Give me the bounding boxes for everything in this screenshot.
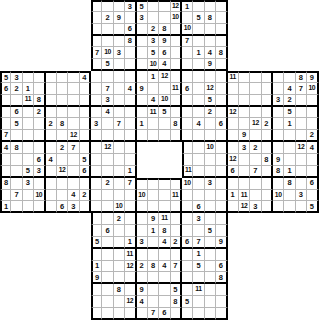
cell-r8-c26[interactable]: [296, 95, 307, 107]
cell-r12-c4[interactable]: [46, 142, 57, 154]
cell-r7-c10[interactable]: [114, 83, 125, 95]
cell-r6-c15[interactable]: [171, 71, 182, 83]
cell-r2-c17[interactable]: [193, 24, 204, 36]
cell-r23-c13[interactable]: [148, 272, 159, 284]
cell-r25-c19[interactable]: [216, 296, 227, 308]
cell-r3-c9[interactable]: [102, 36, 113, 48]
cell-r13-c1[interactable]: [11, 154, 22, 166]
cell-r8-c6[interactable]: [68, 95, 79, 107]
cell-r12-c3[interactable]: [34, 142, 45, 154]
cell-r14-c9[interactable]: [102, 166, 113, 178]
cell-r10-c11[interactable]: [125, 118, 136, 130]
cell-r8-c16[interactable]: [182, 95, 193, 107]
cell-r11-c19[interactable]: [216, 130, 227, 142]
cell-r12-c2[interactable]: [23, 142, 34, 154]
cell-r13-c27[interactable]: [307, 154, 318, 166]
cell-r8-c8[interactable]: [91, 95, 102, 107]
cell-r10-c9[interactable]: [102, 118, 113, 130]
cell-r3-c18[interactable]: [205, 36, 216, 48]
cell-r14-c26[interactable]: [296, 166, 307, 178]
cell-r15-c20[interactable]: [228, 178, 239, 190]
cell-r15-c4[interactable]: [46, 178, 57, 190]
cell-r16-c9[interactable]: [102, 190, 113, 202]
cell-r5-c19[interactable]: [216, 59, 227, 71]
cell-r17-c8[interactable]: [91, 201, 102, 213]
cell-r13-c25[interactable]: [284, 154, 295, 166]
cell-r15-c12[interactable]: [137, 178, 148, 190]
cell-r11-c23[interactable]: [262, 130, 273, 142]
cell-r8-c11[interactable]: [125, 95, 136, 107]
cell-r9-c10[interactable]: [114, 107, 125, 119]
cell-r6-c6[interactable]: [68, 71, 79, 83]
cell-r11-c14[interactable]: [159, 130, 170, 142]
cell-r11-c12[interactable]: [137, 130, 148, 142]
cell-r17-c2[interactable]: [23, 201, 34, 213]
cell-r2-c18[interactable]: [205, 24, 216, 36]
cell-r0-c18[interactable]: [205, 0, 216, 12]
cell-r14-c27[interactable]: [307, 166, 318, 178]
cell-r17-c13[interactable]: [148, 201, 159, 213]
cell-r12-c7[interactable]: [80, 142, 91, 154]
cell-r15-c3[interactable]: [34, 178, 45, 190]
cell-r21-c18[interactable]: [205, 249, 216, 261]
cell-r8-c1[interactable]: [11, 95, 22, 107]
cell-r2-c15[interactable]: [171, 24, 182, 36]
cell-r20-c13[interactable]: [148, 237, 159, 249]
cell-r1-c11[interactable]: [125, 12, 136, 24]
cell-r5-c16[interactable]: [182, 59, 193, 71]
cell-r1-c16[interactable]: [182, 12, 193, 24]
cell-r11-c7[interactable]: [80, 130, 91, 142]
cell-r26-c8[interactable]: [91, 308, 102, 320]
cell-r15-c19[interactable]: [216, 178, 227, 190]
cell-r23-c17[interactable]: [193, 272, 204, 284]
cell-r13-c5[interactable]: [57, 154, 68, 166]
cell-r17-c12[interactable]: [137, 201, 148, 213]
cell-r17-c18[interactable]: [205, 201, 216, 213]
cell-r26-c12[interactable]: [137, 308, 148, 320]
cell-r14-c23[interactable]: [262, 166, 273, 178]
cell-r22-c18[interactable]: [205, 261, 216, 273]
cell-r15-c23[interactable]: [262, 178, 273, 190]
cell-r0-c13[interactable]: [148, 0, 159, 12]
cell-r10-c16[interactable]: [182, 118, 193, 130]
cell-r10-c14[interactable]: [159, 118, 170, 130]
cell-r8-c15[interactable]: [171, 95, 182, 107]
cell-r9-c17[interactable]: [193, 107, 204, 119]
cell-r24-c13[interactable]: [148, 284, 159, 296]
cell-r23-c9[interactable]: [102, 272, 113, 284]
cell-r11-c22[interactable]: [250, 130, 261, 142]
cell-r11-c18[interactable]: [205, 130, 216, 142]
cell-r11-c17[interactable]: [193, 130, 204, 142]
cell-r9-c21[interactable]: [239, 107, 250, 119]
cell-r6-c2[interactable]: [23, 71, 34, 83]
cell-r5-c11[interactable]: [125, 59, 136, 71]
cell-r6-c3[interactable]: [34, 71, 45, 83]
cell-r6-c24[interactable]: [273, 71, 284, 83]
cell-r6-c8[interactable]: [91, 71, 102, 83]
cell-r15-c7[interactable]: [80, 178, 91, 190]
cell-r7-c22[interactable]: [250, 83, 261, 95]
cell-r9-c24[interactable]: [273, 107, 284, 119]
cell-r21-c12[interactable]: [137, 249, 148, 261]
cell-r7-c14[interactable]: [159, 83, 170, 95]
cell-r12-c11[interactable]: [125, 142, 136, 154]
cell-r4-c12[interactable]: [137, 47, 148, 59]
cell-r7-c23[interactable]: [262, 83, 273, 95]
cell-r15-c5[interactable]: [57, 178, 68, 190]
cell-r6-c23[interactable]: [262, 71, 273, 83]
cell-r6-c5[interactable]: [57, 71, 68, 83]
cell-r3-c10[interactable]: [114, 36, 125, 48]
cell-r11-c15[interactable]: [171, 130, 182, 142]
cell-r13-c6[interactable]: [68, 154, 79, 166]
cell-r11-c24[interactable]: [273, 130, 284, 142]
cell-r7-c8[interactable]: [91, 83, 102, 95]
cell-r13-c11[interactable]: [125, 154, 136, 166]
cell-r1-c19[interactable]: [216, 12, 227, 24]
cell-r4-c15[interactable]: [171, 47, 182, 59]
cell-r19-c16[interactable]: [182, 225, 193, 237]
cell-r16-c25[interactable]: [284, 190, 295, 202]
cell-r3-c8[interactable]: [91, 36, 102, 48]
cell-r10-c18[interactable]: [205, 118, 216, 130]
cell-r7-c13[interactable]: [148, 83, 159, 95]
cell-r8-c20[interactable]: [228, 95, 239, 107]
cell-r25-c14[interactable]: [159, 296, 170, 308]
cell-r9-c22[interactable]: [250, 107, 261, 119]
cell-r13-c0[interactable]: [0, 154, 11, 166]
cell-r19-c15[interactable]: [171, 225, 182, 237]
cell-r14-c10[interactable]: [114, 166, 125, 178]
cell-r17-c4[interactable]: [46, 201, 57, 213]
cell-r9-c15[interactable]: [171, 107, 182, 119]
cell-r8-c12[interactable]: [137, 95, 148, 107]
cell-r14-c4[interactable]: [46, 166, 57, 178]
cell-r17-c15[interactable]: [171, 201, 182, 213]
cell-r16-c17[interactable]: [193, 190, 204, 202]
cell-r19-c12[interactable]: [137, 225, 148, 237]
cell-r2-c8[interactable]: [91, 24, 102, 36]
cell-r19-c11[interactable]: [125, 225, 136, 237]
cell-r6-c22[interactable]: [250, 71, 261, 83]
cell-r9-c6[interactable]: [68, 107, 79, 119]
cell-r18-c9[interactable]: [102, 213, 113, 225]
cell-r12-c17[interactable]: [193, 142, 204, 154]
cell-r24-c8[interactable]: [91, 284, 102, 296]
cell-r25-c18[interactable]: [205, 296, 216, 308]
cell-r6-c12[interactable]: [137, 71, 148, 83]
cell-r13-c19[interactable]: [216, 154, 227, 166]
cell-r12-c20[interactable]: [228, 142, 239, 154]
cell-r18-c19[interactable]: [216, 213, 227, 225]
cell-r15-c15[interactable]: [171, 178, 182, 190]
cell-r21-c19[interactable]: [216, 249, 227, 261]
cell-r18-c15[interactable]: [171, 213, 182, 225]
cell-r6-c16[interactable]: [182, 71, 193, 83]
cell-r7-c5[interactable]: [57, 83, 68, 95]
cell-r19-c8[interactable]: [91, 225, 102, 237]
cell-r6-c25[interactable]: [284, 71, 295, 83]
cell-r6-c9[interactable]: [102, 71, 113, 83]
cell-r26-c15[interactable]: [171, 308, 182, 320]
cell-r17-c3[interactable]: [34, 201, 45, 213]
cell-r7-c24[interactable]: [273, 83, 284, 95]
cell-r17-c1[interactable]: [11, 201, 22, 213]
cell-r7-c20[interactable]: [228, 83, 239, 95]
cell-r14-c17[interactable]: [193, 166, 204, 178]
cell-r3-c17[interactable]: [193, 36, 204, 48]
cell-r17-c9[interactable]: [102, 201, 113, 213]
cell-r9-c19[interactable]: [216, 107, 227, 119]
cell-r23-c18[interactable]: [205, 272, 216, 284]
cell-r15-c21[interactable]: [239, 178, 250, 190]
cell-r11-c16[interactable]: [182, 130, 193, 142]
cell-r17-c23[interactable]: [262, 201, 273, 213]
cell-r24-c19[interactable]: [216, 284, 227, 296]
cell-r20-c18[interactable]: [205, 237, 216, 249]
cell-r9-c5[interactable]: [57, 107, 68, 119]
cell-r10-c26[interactable]: [296, 118, 307, 130]
cell-r19-c10[interactable]: [114, 225, 125, 237]
cell-r9-c0[interactable]: [0, 107, 11, 119]
cell-r4-c16[interactable]: [182, 47, 193, 59]
cell-r0-c14[interactable]: [159, 0, 170, 12]
cell-r23-c15[interactable]: [171, 272, 182, 284]
cell-r7-c21[interactable]: [239, 83, 250, 95]
cell-r2-c19[interactable]: [216, 24, 227, 36]
cell-r1-c14[interactable]: [159, 12, 170, 24]
cell-r6-c11[interactable]: [125, 71, 136, 83]
cell-r3-c12[interactable]: [137, 36, 148, 48]
cell-r8-c22[interactable]: [250, 95, 261, 107]
cell-r26-c16[interactable]: [182, 308, 193, 320]
cell-r16-c16[interactable]: [182, 190, 193, 202]
cell-r7-c19[interactable]: [216, 83, 227, 95]
cell-r10-c24[interactable]: [273, 118, 284, 130]
cell-r16-c23[interactable]: [262, 190, 273, 202]
cell-r21-c16[interactable]: [182, 249, 193, 261]
cell-r26-c9[interactable]: [102, 308, 113, 320]
cell-r23-c10[interactable]: [114, 272, 125, 284]
cell-r10-c27[interactable]: [307, 118, 318, 130]
cell-r15-c14[interactable]: [159, 178, 170, 190]
cell-r8-c17[interactable]: [193, 95, 204, 107]
cell-r9-c27[interactable]: [307, 107, 318, 119]
cell-r11-c5[interactable]: [57, 130, 68, 142]
cell-r23-c16[interactable]: [182, 272, 193, 284]
cell-r9-c4[interactable]: [46, 107, 57, 119]
cell-r2-c10[interactable]: [114, 24, 125, 36]
cell-r18-c16[interactable]: [182, 213, 193, 225]
cell-r0-c10[interactable]: [114, 0, 125, 12]
cell-r10-c2[interactable]: [23, 118, 34, 130]
cell-r1-c8[interactable]: [91, 12, 102, 24]
cell-r17-c19[interactable]: [216, 201, 227, 213]
cell-r17-c20[interactable]: [228, 201, 239, 213]
cell-r5-c8[interactable]: [91, 59, 102, 71]
cell-r16-c18[interactable]: [205, 190, 216, 202]
cell-r15-c1[interactable]: [11, 178, 22, 190]
cell-r22-c10[interactable]: [114, 261, 125, 273]
cell-r12-c16[interactable]: [182, 142, 193, 154]
cell-r8-c0[interactable]: [0, 95, 11, 107]
cell-r12-c23[interactable]: [262, 142, 273, 154]
cell-r21-c9[interactable]: [102, 249, 113, 261]
cell-r5-c10[interactable]: [114, 59, 125, 71]
cell-r13-c22[interactable]: [250, 154, 261, 166]
cell-r6-c4[interactable]: [46, 71, 57, 83]
cell-r25-c8[interactable]: [91, 296, 102, 308]
cell-r25-c9[interactable]: [102, 296, 113, 308]
cell-r0-c9[interactable]: [102, 0, 113, 12]
cell-r8-c4[interactable]: [46, 95, 57, 107]
cell-r14-c21[interactable]: [239, 166, 250, 178]
cell-r20-c9[interactable]: [102, 237, 113, 249]
cell-r15-c17[interactable]: [193, 178, 204, 190]
cell-r5-c17[interactable]: [193, 59, 204, 71]
cell-r14-c0[interactable]: [0, 166, 11, 178]
cell-r22-c16[interactable]: [182, 261, 193, 273]
cell-r25-c13[interactable]: [148, 296, 159, 308]
cell-r10-c13[interactable]: [148, 118, 159, 130]
cell-r11-c11[interactable]: [125, 130, 136, 142]
cell-r6-c18[interactable]: [205, 71, 216, 83]
cell-r23-c12[interactable]: [137, 272, 148, 284]
cell-r6-c10[interactable]: [114, 71, 125, 83]
cell-r26-c19[interactable]: [216, 308, 227, 320]
cell-r10-c0[interactable]: [0, 118, 11, 130]
cell-r16-c22[interactable]: [250, 190, 261, 202]
cell-r15-c8[interactable]: [91, 178, 102, 190]
cell-r25-c17[interactable]: [193, 296, 204, 308]
cell-r13-c17[interactable]: [193, 154, 204, 166]
cell-r17-c11[interactable]: [125, 201, 136, 213]
cell-r20-c10[interactable]: [114, 237, 125, 249]
cell-r16-c27[interactable]: [307, 190, 318, 202]
cell-r9-c12[interactable]: [137, 107, 148, 119]
cell-r15-c22[interactable]: [250, 178, 261, 190]
cell-r11-c8[interactable]: [91, 130, 102, 142]
cell-r13-c10[interactable]: [114, 154, 125, 166]
cell-r16-c11[interactable]: [125, 190, 136, 202]
cell-r9-c26[interactable]: [296, 107, 307, 119]
cell-r17-c26[interactable]: [296, 201, 307, 213]
cell-r16-c0[interactable]: [0, 190, 11, 202]
cell-r26-c11[interactable]: [125, 308, 136, 320]
cell-r16-c5[interactable]: [57, 190, 68, 202]
cell-r12-c24[interactable]: [273, 142, 284, 154]
cell-r18-c11[interactable]: [125, 213, 136, 225]
cell-r21-c13[interactable]: [148, 249, 159, 261]
cell-r7-c3[interactable]: [34, 83, 45, 95]
cell-r14-c19[interactable]: [216, 166, 227, 178]
cell-r16-c14[interactable]: [159, 190, 170, 202]
cell-r21-c15[interactable]: [171, 249, 182, 261]
cell-r8-c27[interactable]: [307, 95, 318, 107]
cell-r14-c1[interactable]: [11, 166, 22, 178]
cell-r16-c19[interactable]: [216, 190, 227, 202]
cell-r14-c8[interactable]: [91, 166, 102, 178]
cell-r5-c15[interactable]: [171, 59, 182, 71]
cell-r15-c24[interactable]: [273, 178, 284, 190]
cell-r17-c14[interactable]: [159, 201, 170, 213]
cell-r26-c18[interactable]: [205, 308, 216, 320]
cell-r9-c7[interactable]: [80, 107, 91, 119]
cell-r8-c7[interactable]: [80, 95, 91, 107]
cell-r21-c14[interactable]: [159, 249, 170, 261]
cell-r3-c19[interactable]: [216, 36, 227, 48]
cell-r9-c11[interactable]: [125, 107, 136, 119]
cell-r8-c23[interactable]: [262, 95, 273, 107]
cell-r10-c3[interactable]: [34, 118, 45, 130]
cell-r10-c6[interactable]: [68, 118, 79, 130]
cell-r11-c26[interactable]: [296, 130, 307, 142]
cell-r2-c9[interactable]: [102, 24, 113, 36]
cell-r6-c21[interactable]: [239, 71, 250, 83]
cell-r9-c8[interactable]: [91, 107, 102, 119]
cell-r11-c10[interactable]: [114, 130, 125, 142]
cell-r8-c10[interactable]: [114, 95, 125, 107]
cell-r16-c4[interactable]: [46, 190, 57, 202]
cell-r6-c17[interactable]: [193, 71, 204, 83]
cell-r17-c25[interactable]: [284, 201, 295, 213]
cell-r22-c9[interactable]: [102, 261, 113, 273]
cell-r16-c10[interactable]: [114, 190, 125, 202]
cell-r2-c12[interactable]: [137, 24, 148, 36]
cell-r12-c19[interactable]: [216, 142, 227, 154]
cell-r13-c16[interactable]: [182, 154, 193, 166]
cell-r11-c4[interactable]: [46, 130, 57, 142]
cell-r14-c6[interactable]: [68, 166, 79, 178]
cell-r8-c19[interactable]: [216, 95, 227, 107]
cell-r12-c10[interactable]: [114, 142, 125, 154]
cell-r1-c13[interactable]: [148, 12, 159, 24]
cell-r11-c3[interactable]: [34, 130, 45, 142]
cell-r24-c14[interactable]: [159, 284, 170, 296]
cell-r13-c9[interactable]: [102, 154, 113, 166]
cell-r11-c1[interactable]: [11, 130, 22, 142]
cell-r11-c20[interactable]: [228, 130, 239, 142]
cell-r15-c6[interactable]: [68, 178, 79, 190]
cell-r11-c13[interactable]: [148, 130, 159, 142]
cell-r10-c7[interactable]: [80, 118, 91, 130]
cell-r9-c16[interactable]: [182, 107, 193, 119]
cell-r19-c19[interactable]: [216, 225, 227, 237]
cell-r17-c24[interactable]: [273, 201, 284, 213]
cell-r24-c11[interactable]: [125, 284, 136, 296]
cell-r16-c2[interactable]: [23, 190, 34, 202]
cell-r0-c19[interactable]: [216, 0, 227, 12]
cell-r11-c2[interactable]: [23, 130, 34, 142]
cell-r11-c25[interactable]: [284, 130, 295, 142]
cell-r24-c16[interactable]: [182, 284, 193, 296]
cell-r10-c20[interactable]: [228, 118, 239, 130]
cell-r18-c8[interactable]: [91, 213, 102, 225]
cell-r9-c23[interactable]: [262, 107, 273, 119]
cell-r7-c17[interactable]: [193, 83, 204, 95]
cell-r7-c4[interactable]: [46, 83, 57, 95]
cell-r0-c8[interactable]: [91, 0, 102, 12]
cell-r15-c10[interactable]: [114, 178, 125, 190]
cell-r18-c12[interactable]: [137, 213, 148, 225]
cell-r15-c26[interactable]: [296, 178, 307, 190]
cell-r12-c8[interactable]: [91, 142, 102, 154]
cell-r9-c2[interactable]: [23, 107, 34, 119]
cell-r21-c10[interactable]: [114, 249, 125, 261]
cell-r7-c7[interactable]: [80, 83, 91, 95]
